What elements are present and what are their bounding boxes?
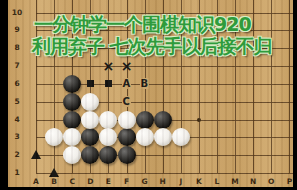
point-letter-C-F5: C	[122, 96, 131, 107]
row-label-9: 9	[9, 25, 25, 35]
stone-white-D4	[81, 111, 99, 129]
stone-black-F3	[118, 128, 136, 146]
square-mark-D6	[87, 80, 94, 87]
col-label-E: E	[100, 177, 116, 187]
video-frame: 10987654321ABCDEFGHJKLMNOP××ABC 一分钟学一个围棋…	[0, 0, 297, 190]
stone-white-F4	[118, 111, 136, 129]
col-label-P: P	[281, 177, 297, 187]
stone-white-D5	[81, 93, 99, 111]
grid-vline-P	[289, 0, 290, 173]
stone-white-E4	[99, 111, 117, 129]
row-label-6: 6	[9, 79, 25, 89]
stone-black-C4	[63, 111, 81, 129]
x-mark-E7: ×	[101, 59, 115, 73]
title-overlay-line2: 利用弃子 七次先手以后接不归	[32, 34, 272, 60]
row-label-10: 10	[9, 8, 25, 18]
x-mark-F7: ×	[120, 59, 134, 73]
point-letter-A-F6: A	[122, 78, 132, 89]
grid-hline-1	[36, 173, 293, 174]
row-label-5: 5	[9, 97, 25, 107]
col-label-M: M	[227, 177, 243, 187]
triangle-mark-A2	[31, 150, 41, 159]
stone-black-E2	[99, 146, 117, 164]
stone-black-G4	[136, 111, 154, 129]
col-label-F: F	[119, 177, 135, 187]
stone-black-D2	[81, 146, 99, 164]
row-label-1: 1	[9, 168, 25, 178]
col-label-N: N	[245, 177, 261, 187]
stone-white-C3	[63, 128, 81, 146]
stone-white-C2	[63, 146, 81, 164]
stone-white-H3	[154, 128, 172, 146]
star-point-K4	[197, 118, 201, 122]
grid-vline-N	[253, 0, 254, 173]
col-label-C: C	[64, 177, 80, 187]
square-mark-E6	[105, 80, 112, 87]
grid-hline-7	[36, 66, 293, 67]
row-label-4: 4	[9, 115, 25, 125]
stone-black-C5	[63, 93, 81, 111]
row-label-8: 8	[9, 43, 25, 53]
col-label-K: K	[191, 177, 207, 187]
row-label-2: 2	[9, 150, 25, 160]
col-label-D: D	[82, 177, 98, 187]
col-label-H: H	[155, 177, 171, 187]
triangle-mark-B1	[49, 168, 59, 177]
row-label-3: 3	[9, 132, 25, 142]
stone-black-D3	[81, 128, 99, 146]
col-label-J: J	[173, 177, 189, 187]
stone-white-J3	[172, 128, 190, 146]
stone-black-C6	[63, 75, 81, 93]
col-label-B: B	[46, 177, 62, 187]
stone-black-H4	[154, 111, 172, 129]
stone-white-E3	[99, 128, 117, 146]
col-label-O: O	[263, 177, 279, 187]
col-label-G: G	[137, 177, 153, 187]
grid-vline-O	[271, 0, 272, 173]
col-label-A: A	[28, 177, 44, 187]
col-label-L: L	[209, 177, 225, 187]
stone-white-G3	[136, 128, 154, 146]
row-label-7: 7	[9, 61, 25, 71]
stone-black-F2	[118, 146, 136, 164]
stone-white-B3	[45, 128, 63, 146]
point-letter-B-G6: B	[140, 78, 150, 89]
